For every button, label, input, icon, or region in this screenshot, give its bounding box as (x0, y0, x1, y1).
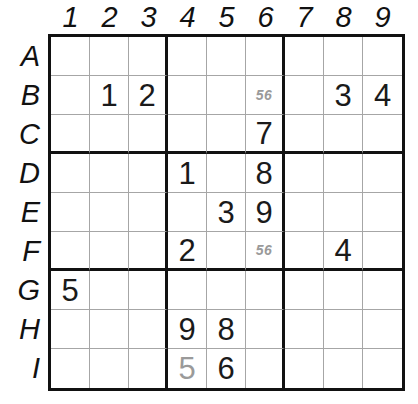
row-label-E: E (0, 193, 46, 232)
cell-B6[interactable]: 56 (246, 76, 285, 115)
digit: 3 (334, 80, 351, 111)
digit: 2 (138, 80, 155, 111)
col-label-2: 2 (90, 0, 129, 34)
cell-I1[interactable] (51, 349, 90, 388)
cell-B9[interactable]: 4 (363, 76, 402, 115)
cell-F8[interactable]: 4 (324, 232, 363, 271)
cell-H5[interactable]: 8 (207, 310, 246, 349)
cell-B1[interactable] (51, 76, 90, 115)
digit: 5 (61, 275, 78, 306)
column-labels: 123456789 (51, 0, 402, 34)
row-labels: ABCDEFGHI (0, 37, 46, 388)
pencil-marks: 56 (256, 88, 273, 102)
cell-I2[interactable] (90, 349, 129, 388)
cell-C3[interactable] (129, 115, 168, 154)
cell-G8[interactable] (324, 271, 363, 310)
cell-E5[interactable]: 3 (207, 193, 246, 232)
cell-C5[interactable] (207, 115, 246, 154)
cell-A6[interactable] (246, 37, 285, 76)
cell-H9[interactable] (363, 310, 402, 349)
cell-H7[interactable] (285, 310, 324, 349)
cell-A7[interactable] (285, 37, 324, 76)
cell-E7[interactable] (285, 193, 324, 232)
cell-C2[interactable] (90, 115, 129, 154)
cell-E8[interactable] (324, 193, 363, 232)
digit: 4 (374, 80, 391, 111)
cell-F6[interactable]: 56 (246, 232, 285, 271)
cell-H4[interactable]: 9 (168, 310, 207, 349)
cell-B5[interactable] (207, 76, 246, 115)
cell-C1[interactable] (51, 115, 90, 154)
cell-A5[interactable] (207, 37, 246, 76)
row-label-A: A (0, 37, 46, 76)
row-label-H: H (0, 310, 46, 349)
cell-F4[interactable]: 2 (168, 232, 207, 271)
sudoku-page: 123456789 ABCDEFGHI 12563471839256459856 (0, 0, 418, 404)
cell-I8[interactable] (324, 349, 363, 388)
cell-G4[interactable] (168, 271, 207, 310)
cell-H3[interactable] (129, 310, 168, 349)
cell-C6[interactable]: 7 (246, 115, 285, 154)
cell-A4[interactable] (168, 37, 207, 76)
cell-B4[interactable] (168, 76, 207, 115)
cell-D7[interactable] (285, 154, 324, 193)
row-label-G: G (0, 271, 46, 310)
col-label-4: 4 (168, 0, 207, 34)
cell-G9[interactable] (363, 271, 402, 310)
col-label-9: 9 (363, 0, 402, 34)
cell-I4[interactable]: 5 (168, 349, 207, 388)
cell-C7[interactable] (285, 115, 324, 154)
cell-H6[interactable] (246, 310, 285, 349)
cell-F1[interactable] (51, 232, 90, 271)
cell-H2[interactable] (90, 310, 129, 349)
pencil-marks: 56 (256, 243, 273, 257)
cell-A1[interactable] (51, 37, 90, 76)
cell-H1[interactable] (51, 310, 90, 349)
cell-F9[interactable] (363, 232, 402, 271)
cell-D5[interactable] (207, 154, 246, 193)
cell-B8[interactable]: 3 (324, 76, 363, 115)
cell-D1[interactable] (51, 154, 90, 193)
cell-B7[interactable] (285, 76, 324, 115)
cell-B3[interactable]: 2 (129, 76, 168, 115)
sudoku-board: 12563471839256459856 (48, 34, 405, 391)
cell-I5[interactable]: 6 (207, 349, 246, 388)
col-label-3: 3 (129, 0, 168, 34)
cell-G3[interactable] (129, 271, 168, 310)
digit: 1 (178, 158, 195, 189)
cell-C9[interactable] (363, 115, 402, 154)
digit: 3 (217, 197, 234, 228)
digit: 6 (217, 353, 234, 384)
col-label-6: 6 (246, 0, 285, 34)
cell-E4[interactable] (168, 193, 207, 232)
cell-I7[interactable] (285, 349, 324, 388)
col-label-5: 5 (207, 0, 246, 34)
digit: 1 (100, 80, 117, 111)
cell-D6[interactable]: 8 (246, 154, 285, 193)
cell-I9[interactable] (363, 349, 402, 388)
cell-E1[interactable] (51, 193, 90, 232)
digit: 4 (334, 235, 351, 266)
cell-C4[interactable] (168, 115, 207, 154)
cell-D2[interactable] (90, 154, 129, 193)
cell-F3[interactable] (129, 232, 168, 271)
col-label-8: 8 (324, 0, 363, 34)
cell-I3[interactable] (129, 349, 168, 388)
cell-H8[interactable] (324, 310, 363, 349)
cell-F2[interactable] (90, 232, 129, 271)
row-label-B: B (0, 76, 46, 115)
cell-D9[interactable] (363, 154, 402, 193)
cell-A9[interactable] (363, 37, 402, 76)
cell-F5[interactable] (207, 232, 246, 271)
cell-G5[interactable] (207, 271, 246, 310)
col-label-7: 7 (285, 0, 324, 34)
digit: 9 (255, 197, 272, 228)
digit: 8 (217, 314, 234, 345)
cell-E9[interactable] (363, 193, 402, 232)
cell-A8[interactable] (324, 37, 363, 76)
digit: 5 (178, 353, 195, 384)
digit: 2 (178, 235, 195, 266)
cell-E3[interactable] (129, 193, 168, 232)
row-label-C: C (0, 115, 46, 154)
cell-D4[interactable]: 1 (168, 154, 207, 193)
cell-C8[interactable] (324, 115, 363, 154)
cell-G2[interactable] (90, 271, 129, 310)
cell-A2[interactable] (90, 37, 129, 76)
cell-D3[interactable] (129, 154, 168, 193)
digit: 9 (178, 314, 195, 345)
cell-G7[interactable] (285, 271, 324, 310)
cell-D8[interactable] (324, 154, 363, 193)
cell-F7[interactable] (285, 232, 324, 271)
cell-I6[interactable] (246, 349, 285, 388)
cell-E6[interactable]: 9 (246, 193, 285, 232)
row-label-F: F (0, 232, 46, 271)
cell-A3[interactable] (129, 37, 168, 76)
col-label-1: 1 (51, 0, 90, 34)
cell-G6[interactable] (246, 271, 285, 310)
digit: 7 (255, 118, 272, 149)
cell-B2[interactable]: 1 (90, 76, 129, 115)
row-label-D: D (0, 154, 46, 193)
row-label-I: I (0, 349, 46, 388)
cell-E2[interactable] (90, 193, 129, 232)
cell-G1[interactable]: 5 (51, 271, 90, 310)
digit: 8 (255, 158, 272, 189)
